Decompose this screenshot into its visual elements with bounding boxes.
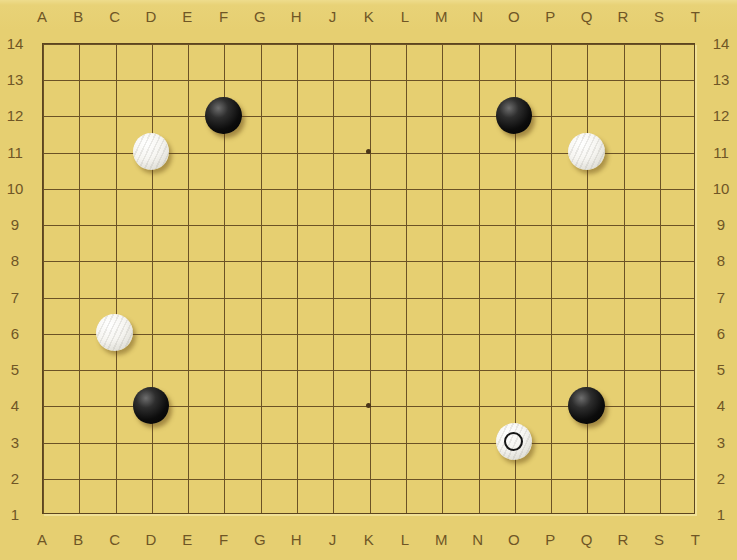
intersection-F12[interactable]: [205, 97, 241, 133]
row-label-left-7: 7: [11, 288, 19, 305]
column-label-bottom-C: C: [109, 531, 120, 548]
row-label-right-13: 13: [713, 71, 730, 88]
stone-white-Q11[interactable]: [568, 133, 604, 170]
row-label-left-10: 10: [7, 179, 24, 196]
row-label-right-7: 7: [717, 288, 725, 305]
go-board: AABBCCDDEEFFGGHHJJKKLLMMNNOOPPQQRRSSTT14…: [0, 0, 737, 560]
stone-white-C6[interactable]: [96, 314, 132, 351]
row-label-left-13: 13: [7, 71, 24, 88]
intersection-Q4[interactable]: [568, 387, 604, 423]
row-label-right-2: 2: [717, 469, 725, 486]
board-grid[interactable]: [24, 25, 714, 532]
column-label-bottom-P: P: [545, 531, 555, 548]
intersection-C6[interactable]: [96, 315, 132, 351]
column-label-top-M: M: [435, 8, 448, 25]
row-label-left-12: 12: [7, 107, 24, 124]
row-label-left-1: 1: [11, 505, 19, 522]
intersection-O3[interactable]: [496, 423, 532, 459]
column-label-top-Q: Q: [581, 8, 593, 25]
row-label-right-10: 10: [713, 179, 730, 196]
row-label-right-1: 1: [717, 505, 725, 522]
column-label-top-S: S: [654, 8, 664, 25]
column-label-bottom-M: M: [435, 531, 448, 548]
column-label-bottom-G: G: [254, 531, 266, 548]
column-label-top-N: N: [472, 8, 483, 25]
row-label-right-4: 4: [717, 397, 725, 414]
column-label-top-J: J: [329, 8, 337, 25]
column-label-bottom-J: J: [329, 531, 337, 548]
stone-black-F12[interactable]: [205, 97, 241, 134]
row-label-left-8: 8: [11, 252, 19, 269]
row-label-right-8: 8: [717, 252, 725, 269]
intersection-O12[interactable]: [496, 97, 532, 133]
column-label-top-O: O: [508, 8, 520, 25]
column-label-bottom-Q: Q: [581, 531, 593, 548]
column-label-top-K: K: [364, 8, 374, 25]
star-point-K11: [351, 134, 387, 170]
column-label-top-R: R: [617, 8, 628, 25]
stone-black-D4[interactable]: [133, 387, 169, 424]
column-label-bottom-E: E: [182, 531, 192, 548]
star-point-K4: [351, 387, 387, 423]
column-label-bottom-R: R: [617, 531, 628, 548]
row-label-left-3: 3: [11, 433, 19, 450]
row-label-left-9: 9: [11, 216, 19, 233]
row-label-left-5: 5: [11, 361, 19, 378]
column-label-bottom-S: S: [654, 531, 664, 548]
row-label-right-6: 6: [717, 324, 725, 341]
row-label-right-11: 11: [713, 143, 729, 160]
column-label-bottom-F: F: [219, 531, 228, 548]
stone-black-O12[interactable]: [496, 97, 532, 134]
intersection-D11[interactable]: [133, 134, 169, 170]
column-label-top-G: G: [254, 8, 266, 25]
row-label-left-4: 4: [11, 397, 19, 414]
column-label-top-B: B: [73, 8, 83, 25]
row-label-right-3: 3: [717, 433, 725, 450]
column-label-bottom-B: B: [73, 531, 83, 548]
column-label-top-D: D: [145, 8, 156, 25]
column-label-top-A: A: [37, 8, 47, 25]
column-label-bottom-T: T: [691, 531, 700, 548]
stone-white-D11[interactable]: [133, 133, 169, 170]
column-label-bottom-D: D: [145, 531, 156, 548]
column-label-bottom-K: K: [364, 531, 374, 548]
column-label-bottom-H: H: [291, 531, 302, 548]
last-move-marker: [504, 432, 523, 451]
row-label-right-14: 14: [713, 35, 730, 52]
column-label-top-T: T: [691, 8, 700, 25]
column-label-top-L: L: [401, 8, 409, 25]
stone-black-Q4[interactable]: [568, 387, 604, 424]
row-label-right-5: 5: [717, 361, 725, 378]
column-label-top-E: E: [182, 8, 192, 25]
star-point-dot: [366, 149, 371, 154]
column-label-bottom-A: A: [37, 531, 47, 548]
row-label-right-9: 9: [717, 216, 725, 233]
column-label-top-P: P: [545, 8, 555, 25]
row-label-left-2: 2: [11, 469, 19, 486]
column-label-bottom-N: N: [472, 531, 483, 548]
intersection-Q11[interactable]: [568, 134, 604, 170]
column-label-bottom-O: O: [508, 531, 520, 548]
row-label-left-11: 11: [7, 143, 23, 160]
row-label-left-14: 14: [7, 35, 24, 52]
column-label-bottom-L: L: [401, 531, 409, 548]
column-label-top-H: H: [291, 8, 302, 25]
row-label-right-12: 12: [713, 107, 730, 124]
column-label-top-F: F: [219, 8, 228, 25]
stone-white-O3[interactable]: [496, 423, 532, 460]
row-label-left-6: 6: [11, 324, 19, 341]
star-point-dot: [366, 403, 371, 408]
column-label-top-C: C: [109, 8, 120, 25]
intersection-D4[interactable]: [133, 387, 169, 423]
